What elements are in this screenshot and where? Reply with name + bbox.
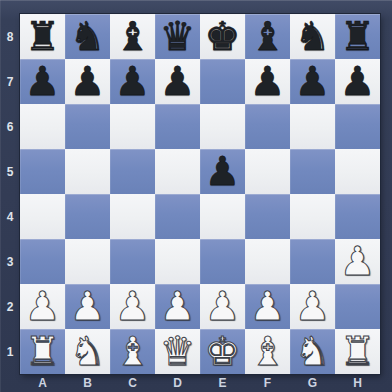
square-c3[interactable] [110,239,155,284]
file-label-h: H [335,374,380,392]
piece-white-bishop[interactable]: ♝ [245,328,290,373]
piece-black-bishop[interactable]: ♝ [110,13,155,58]
square-e4[interactable] [200,194,245,239]
square-f4[interactable] [245,194,290,239]
piece-black-bishop[interactable]: ♝ [245,13,290,58]
file-label-f: F [245,374,290,392]
square-h2[interactable] [335,284,380,329]
square-e1[interactable]: ♚ [200,329,245,374]
square-g3[interactable] [290,239,335,284]
square-h5[interactable] [335,149,380,194]
piece-white-queen[interactable]: ♛ [155,328,200,373]
rank-label-5: 5 [0,149,20,194]
square-b1[interactable]: ♞ [65,329,110,374]
square-g1[interactable]: ♞ [290,329,335,374]
rank-labels: 87654321 [0,14,20,374]
square-a3[interactable] [20,239,65,284]
piece-black-pawn[interactable]: ♟ [110,58,155,103]
piece-white-pawn[interactable]: ♟ [110,283,155,328]
square-b5[interactable] [65,149,110,194]
square-g4[interactable] [290,194,335,239]
square-a7[interactable]: ♟ [20,59,65,104]
piece-white-pawn[interactable]: ♟ [245,283,290,328]
file-label-e: E [200,374,245,392]
piece-black-queen[interactable]: ♛ [155,13,200,58]
piece-white-bishop[interactable]: ♝ [110,328,155,373]
piece-white-knight[interactable]: ♞ [65,328,110,373]
file-labels: ABCDEFGH [20,374,380,392]
square-f2[interactable]: ♟ [245,284,290,329]
square-d6[interactable] [155,104,200,149]
square-a5[interactable] [20,149,65,194]
square-f6[interactable] [245,104,290,149]
piece-white-pawn[interactable]: ♟ [155,283,200,328]
square-d1[interactable]: ♛ [155,329,200,374]
square-d7[interactable]: ♟ [155,59,200,104]
piece-white-rook[interactable]: ♜ [335,328,380,373]
piece-black-rook[interactable]: ♜ [335,13,380,58]
square-e5[interactable]: ♟ [200,149,245,194]
square-h1[interactable]: ♜ [335,329,380,374]
piece-white-knight[interactable]: ♞ [290,328,335,373]
square-f3[interactable] [245,239,290,284]
square-f5[interactable] [245,149,290,194]
square-a2[interactable]: ♟ [20,284,65,329]
square-c8[interactable]: ♝ [110,14,155,59]
square-c4[interactable] [110,194,155,239]
square-d5[interactable] [155,149,200,194]
file-label-d: D [155,374,200,392]
square-c5[interactable] [110,149,155,194]
square-d8[interactable]: ♛ [155,14,200,59]
rank-label-7: 7 [0,59,20,104]
file-label-a: A [20,374,65,392]
file-label-c: C [110,374,155,392]
piece-black-pawn[interactable]: ♟ [65,58,110,103]
square-f1[interactable]: ♝ [245,329,290,374]
square-c6[interactable] [110,104,155,149]
square-c2[interactable]: ♟ [110,284,155,329]
square-g6[interactable] [290,104,335,149]
piece-white-pawn[interactable]: ♟ [290,283,335,328]
square-d4[interactable] [155,194,200,239]
square-h4[interactable] [335,194,380,239]
square-c7[interactable]: ♟ [110,59,155,104]
square-d2[interactable]: ♟ [155,284,200,329]
square-e3[interactable] [200,239,245,284]
square-d3[interactable] [155,239,200,284]
piece-black-rook[interactable]: ♜ [20,13,65,58]
square-h7[interactable]: ♟ [335,59,380,104]
rank-label-8: 8 [0,14,20,59]
square-e2[interactable]: ♟ [200,284,245,329]
square-h3[interactable]: ♟ [335,239,380,284]
chess-board-frame: 87654321 ♜♞♝♛♚♝♞♜♟♟♟♟♟♟♟♟♟♟♟♟♟♟♟♟♜♞♝♛♚♝♞… [0,0,392,392]
square-b7[interactable]: ♟ [65,59,110,104]
square-b2[interactable]: ♟ [65,284,110,329]
piece-black-pawn[interactable]: ♟ [155,58,200,103]
piece-white-king[interactable]: ♚ [200,328,245,373]
square-b8[interactable]: ♞ [65,14,110,59]
square-f8[interactable]: ♝ [245,14,290,59]
piece-black-king[interactable]: ♚ [200,13,245,58]
rank-label-4: 4 [0,194,20,239]
square-b6[interactable] [65,104,110,149]
piece-white-rook[interactable]: ♜ [20,328,65,373]
piece-white-pawn[interactable]: ♟ [335,238,380,283]
square-g7[interactable]: ♟ [290,59,335,104]
square-g8[interactable]: ♞ [290,14,335,59]
square-a4[interactable] [20,194,65,239]
rank-label-3: 3 [0,239,20,284]
piece-black-pawn[interactable]: ♟ [245,58,290,103]
square-f7[interactable]: ♟ [245,59,290,104]
file-label-g: G [290,374,335,392]
square-b4[interactable] [65,194,110,239]
piece-black-pawn[interactable]: ♟ [290,58,335,103]
square-h8[interactable]: ♜ [335,14,380,59]
square-h6[interactable] [335,104,380,149]
square-g2[interactable]: ♟ [290,284,335,329]
piece-white-pawn[interactable]: ♟ [200,283,245,328]
piece-black-pawn[interactable]: ♟ [200,148,245,193]
rank-label-2: 2 [0,284,20,329]
square-b3[interactable] [65,239,110,284]
piece-black-knight[interactable]: ♞ [290,13,335,58]
square-a8[interactable]: ♜ [20,14,65,59]
rank-label-1: 1 [0,329,20,374]
piece-black-pawn[interactable]: ♟ [335,58,380,103]
square-e8[interactable]: ♚ [200,14,245,59]
rank-label-6: 6 [0,104,20,149]
square-a1[interactable]: ♜ [20,329,65,374]
file-label-b: B [65,374,110,392]
square-a6[interactable] [20,104,65,149]
piece-black-pawn[interactable]: ♟ [20,58,65,103]
square-c1[interactable]: ♝ [110,329,155,374]
piece-black-knight[interactable]: ♞ [65,13,110,58]
square-g5[interactable] [290,149,335,194]
square-e7[interactable] [200,59,245,104]
piece-white-pawn[interactable]: ♟ [65,283,110,328]
piece-white-pawn[interactable]: ♟ [20,283,65,328]
chess-board[interactable]: ♜♞♝♛♚♝♞♜♟♟♟♟♟♟♟♟♟♟♟♟♟♟♟♟♜♞♝♛♚♝♞♜ [20,14,380,374]
square-e6[interactable] [200,104,245,149]
